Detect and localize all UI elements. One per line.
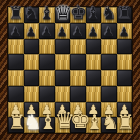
square-c4[interactable] [39, 70, 55, 86]
square-a4[interactable] [8, 70, 24, 86]
piece-white-queen-d1[interactable]: ♛ [55, 109, 71, 132]
piece-black-pawn-h7[interactable]: ♟ [117, 26, 133, 38]
piece-black-knight-b8[interactable]: ♞ [24, 5, 40, 22]
square-g6[interactable] [101, 39, 117, 55]
square-a6[interactable] [8, 39, 24, 55]
piece-white-knight-b1[interactable]: ♞ [24, 112, 40, 132]
square-c3[interactable] [39, 86, 55, 102]
square-c5[interactable] [39, 54, 55, 70]
square-d5[interactable] [55, 54, 71, 70]
square-a3[interactable] [8, 86, 24, 102]
square-d3[interactable] [55, 86, 71, 102]
square-e5[interactable] [70, 54, 86, 70]
piece-black-pawn-d7[interactable]: ♟ [55, 26, 71, 38]
chess-board: ♜♞♝♛♚♝♞♜♟♟♟♟♟♟♟♟♟♟♟♟♟♟♟♟♜♞♝♛♚♝♞♜ [8, 7, 132, 133]
piece-white-knight-g1[interactable]: ♞ [101, 112, 117, 132]
piece-black-queen-d8[interactable]: ♛ [55, 3, 71, 22]
piece-white-king-e1[interactable]: ♚ [70, 109, 86, 132]
piece-black-pawn-f7[interactable]: ♟ [86, 26, 102, 38]
square-b4[interactable] [24, 70, 40, 86]
piece-black-pawn-g7[interactable]: ♟ [101, 26, 117, 38]
square-c6[interactable] [39, 39, 55, 55]
piece-black-pawn-a7[interactable]: ♟ [8, 26, 24, 38]
piece-black-rook-a8[interactable]: ♜ [8, 5, 24, 22]
square-d4[interactable] [55, 70, 71, 86]
square-f4[interactable] [86, 70, 102, 86]
square-e3[interactable] [70, 86, 86, 102]
piece-black-knight-g8[interactable]: ♞ [101, 5, 117, 22]
square-g3[interactable] [101, 86, 117, 102]
square-a5[interactable] [8, 54, 24, 70]
piece-black-bishop-f8[interactable]: ♝ [86, 5, 102, 22]
square-f6[interactable] [86, 39, 102, 55]
square-g5[interactable] [101, 54, 117, 70]
square-h5[interactable] [117, 54, 133, 70]
square-e6[interactable] [70, 39, 86, 55]
piece-white-rook-a1[interactable]: ♜ [8, 112, 24, 132]
chess-app-window: ♜♞♝♛♚♝♞♜♟♟♟♟♟♟♟♟♟♟♟♟♟♟♟♟♜♞♝♛♚♝♞♜ [0, 0, 140, 140]
piece-white-bishop-c1[interactable]: ♝ [39, 112, 55, 132]
square-b6[interactable] [24, 39, 40, 55]
square-e4[interactable] [70, 70, 86, 86]
piece-black-pawn-c7[interactable]: ♟ [39, 26, 55, 38]
piece-black-pawn-e7[interactable]: ♟ [70, 26, 86, 38]
square-h4[interactable] [117, 70, 133, 86]
square-g4[interactable] [101, 70, 117, 86]
piece-black-king-e8[interactable]: ♚ [70, 3, 86, 22]
square-h3[interactable] [117, 86, 133, 102]
piece-black-bishop-c8[interactable]: ♝ [39, 5, 55, 22]
piece-black-pawn-b7[interactable]: ♟ [24, 26, 40, 38]
square-b5[interactable] [24, 54, 40, 70]
piece-black-rook-h8[interactable]: ♜ [117, 5, 133, 22]
square-d6[interactable] [55, 39, 71, 55]
square-h6[interactable] [117, 39, 133, 55]
piece-white-bishop-f1[interactable]: ♝ [86, 112, 102, 132]
square-b3[interactable] [24, 86, 40, 102]
piece-white-rook-h1[interactable]: ♜ [117, 112, 133, 132]
square-f3[interactable] [86, 86, 102, 102]
square-f5[interactable] [86, 54, 102, 70]
